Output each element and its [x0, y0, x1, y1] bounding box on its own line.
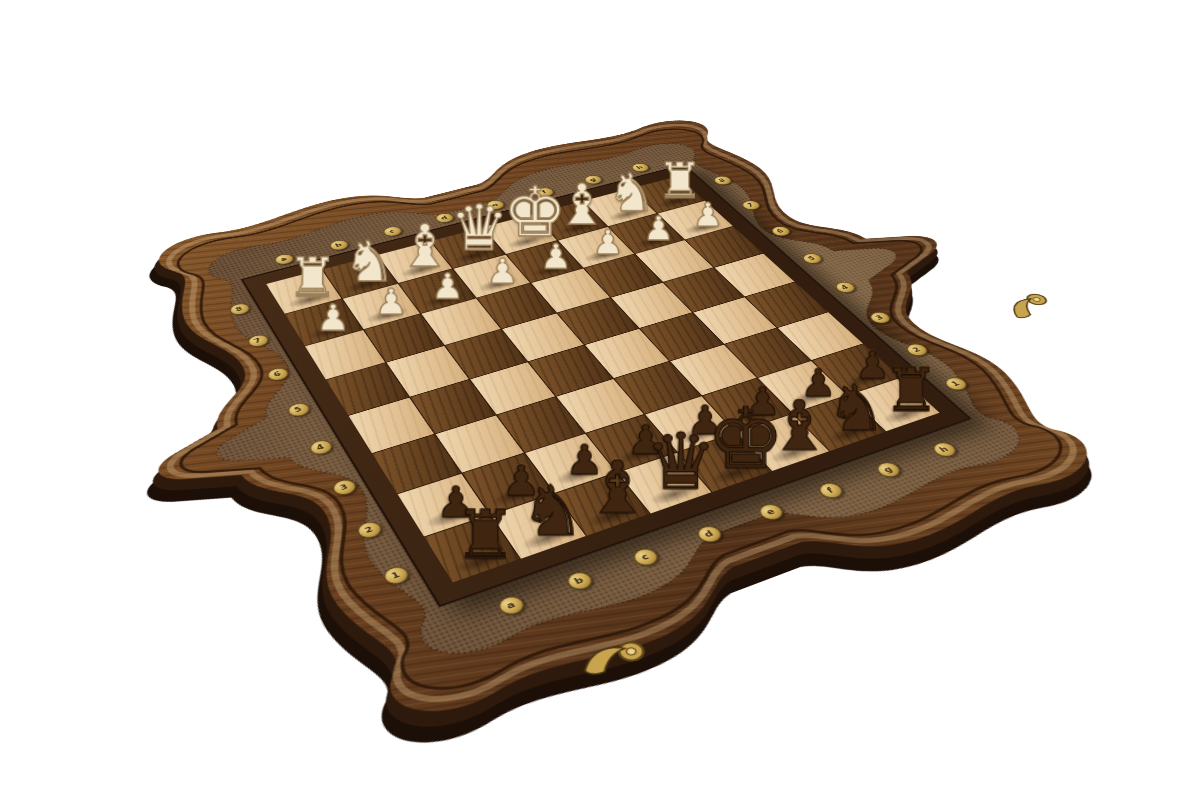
- piece-black-queen-d1[interactable]: ♛: [645, 424, 715, 502]
- piece-white-pawn-h7[interactable]: ♟: [680, 199, 736, 232]
- piece-black-knight-b1[interactable]: ♞: [517, 476, 589, 546]
- piece-white-pawn-d7[interactable]: ♟: [473, 254, 532, 289]
- piece-white-pawn-b7[interactable]: ♟: [361, 284, 421, 320]
- chessboard-3d: ♜♞♝♛♚♝♞♜♟♟♟♟♟♟♟♟♟♟♟♟♟♟♟♟♜♞♝♛♚♝♞♜ aa88bb7…: [10, 70, 1200, 800]
- piece-white-pawn-g7[interactable]: ♟: [631, 212, 687, 246]
- piece-white-pawn-a7[interactable]: ♟: [303, 300, 364, 336]
- photo-scene: ♜♞♝♛♚♝♞♜♟♟♟♟♟♟♟♟♟♟♟♟♟♟♟♟♜♞♝♛♚♝♞♜ aa88bb7…: [0, 0, 1200, 800]
- piece-black-bishop-c1[interactable]: ♝: [582, 451, 653, 523]
- piece-white-pawn-f7[interactable]: ♟: [580, 226, 637, 260]
- piece-white-king-e8[interactable]: ♚: [503, 177, 559, 246]
- piece-white-pawn-e7[interactable]: ♟: [527, 240, 585, 274]
- piece-white-pawn-c7[interactable]: ♟: [418, 269, 477, 304]
- piece-black-rook-a1[interactable]: ♜: [449, 502, 522, 569]
